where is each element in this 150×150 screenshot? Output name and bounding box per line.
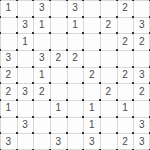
clue-number: 1 bbox=[89, 120, 95, 130]
lattice-dot bbox=[0, 116, 1, 118]
clue-number: 2 bbox=[139, 87, 145, 97]
cell-r1c0[interactable] bbox=[0, 17, 17, 34]
lattice-dot bbox=[32, 99, 34, 101]
clue-number: 2 bbox=[72, 53, 78, 63]
clue-number: 3 bbox=[139, 120, 145, 130]
cell-r1c8[interactable]: 3 bbox=[133, 17, 150, 34]
lattice-dot bbox=[0, 0, 1, 1]
lattice-dot bbox=[49, 132, 51, 134]
cell-r2c8[interactable]: 2 bbox=[133, 33, 150, 50]
lattice-dot bbox=[32, 149, 34, 150]
cell-r2c1[interactable]: 1 bbox=[17, 33, 34, 50]
lattice-dot bbox=[32, 66, 34, 68]
lattice-dot bbox=[66, 66, 68, 68]
cell-r5c7[interactable] bbox=[117, 83, 134, 100]
lattice-dot bbox=[16, 16, 18, 18]
lattice-dot bbox=[132, 66, 134, 68]
cell-r5c1[interactable]: 3 bbox=[17, 83, 34, 100]
clue-number: 3 bbox=[139, 137, 145, 147]
lattice-dot bbox=[0, 132, 1, 134]
clue-number: 2 bbox=[39, 87, 45, 97]
clue-number: 3 bbox=[22, 87, 28, 97]
cell-r8c1[interactable] bbox=[17, 133, 34, 150]
cell-r4c8[interactable]: 3 bbox=[133, 67, 150, 84]
lattice-dot bbox=[82, 32, 84, 34]
cell-r3c1[interactable] bbox=[17, 50, 34, 67]
cell-r3c0[interactable]: 3 bbox=[0, 50, 17, 67]
clue-number: 1 bbox=[39, 20, 45, 30]
lattice-dot bbox=[16, 99, 18, 101]
cell-r0c1[interactable] bbox=[17, 0, 34, 17]
lattice-dot bbox=[0, 32, 1, 34]
cell-r0c7[interactable]: 2 bbox=[117, 0, 134, 17]
clue-number: 2 bbox=[122, 137, 128, 147]
cell-r5c4[interactable] bbox=[67, 83, 84, 100]
lattice-dot bbox=[99, 82, 101, 84]
lattice-dot bbox=[116, 66, 118, 68]
lattice-dot bbox=[132, 82, 134, 84]
lattice-dot bbox=[82, 66, 84, 68]
lattice-dot bbox=[132, 99, 134, 101]
puzzle-grid: 13323112312233222122323222111131333323 bbox=[0, 0, 150, 150]
cell-r2c7[interactable]: 2 bbox=[117, 33, 134, 50]
clue-number: 1 bbox=[6, 103, 12, 113]
clue-number: 3 bbox=[72, 3, 78, 13]
lattice-dot bbox=[16, 32, 18, 34]
lattice-dot bbox=[49, 66, 51, 68]
lattice-dot bbox=[149, 99, 150, 101]
clue-number: 3 bbox=[39, 3, 45, 13]
lattice-dot bbox=[49, 32, 51, 34]
cell-r7c3[interactable] bbox=[50, 117, 67, 134]
cell-r8c0[interactable]: 3 bbox=[0, 133, 17, 150]
lattice-dot bbox=[132, 0, 134, 1]
cell-r5c6[interactable]: 2 bbox=[100, 83, 117, 100]
lattice-dot bbox=[0, 16, 1, 18]
cell-r8c6[interactable] bbox=[100, 133, 117, 150]
lattice-dot bbox=[99, 116, 101, 118]
lattice-dot bbox=[0, 49, 1, 51]
lattice-dot bbox=[16, 66, 18, 68]
cell-r2c4[interactable] bbox=[67, 33, 84, 50]
cell-r2c3[interactable] bbox=[50, 33, 67, 50]
clue-number: 2 bbox=[6, 87, 12, 97]
lattice-dot bbox=[116, 0, 118, 1]
cell-r0c6[interactable] bbox=[100, 0, 117, 17]
clue-number: 1 bbox=[122, 103, 128, 113]
lattice-dot bbox=[66, 16, 68, 18]
lattice-dot bbox=[49, 99, 51, 101]
cell-r8c7[interactable]: 2 bbox=[117, 133, 134, 150]
cell-r3c3[interactable]: 2 bbox=[50, 50, 67, 67]
cell-r5c2[interactable]: 2 bbox=[33, 83, 50, 100]
lattice-dot bbox=[116, 82, 118, 84]
cell-r7c8[interactable]: 3 bbox=[133, 117, 150, 134]
lattice-dot bbox=[32, 132, 34, 134]
clue-number: 1 bbox=[56, 103, 62, 113]
cell-r5c3[interactable] bbox=[50, 83, 67, 100]
clue-number: 2 bbox=[122, 70, 128, 80]
lattice-dot bbox=[49, 116, 51, 118]
lattice-dot bbox=[149, 0, 150, 1]
clue-number: 3 bbox=[22, 20, 28, 30]
cell-r6c2[interactable] bbox=[33, 100, 50, 117]
lattice-dot bbox=[0, 99, 1, 101]
cell-r7c1[interactable]: 3 bbox=[17, 117, 34, 134]
lattice-dot bbox=[66, 82, 68, 84]
lattice-dot bbox=[16, 132, 18, 134]
clue-number: 1 bbox=[72, 20, 78, 30]
clue-number: 1 bbox=[39, 70, 45, 80]
cell-r5c5[interactable] bbox=[83, 83, 100, 100]
cell-r6c8[interactable] bbox=[133, 100, 150, 117]
clue-number: 3 bbox=[22, 120, 28, 130]
lattice-dot bbox=[49, 49, 51, 51]
cell-r1c5[interactable] bbox=[83, 17, 100, 34]
clue-number: 3 bbox=[6, 53, 12, 63]
slitherlink-board: 13323112312233222122323222111131333323 bbox=[0, 0, 150, 150]
lattice-dot bbox=[99, 66, 101, 68]
clue-number: 3 bbox=[56, 137, 62, 147]
lattice-dot bbox=[49, 16, 51, 18]
lattice-dot bbox=[32, 32, 34, 34]
lattice-dot bbox=[99, 49, 101, 51]
lattice-dot bbox=[116, 32, 118, 34]
clue-number: 2 bbox=[106, 20, 112, 30]
lattice-dot bbox=[132, 149, 134, 150]
lattice-dot bbox=[32, 116, 34, 118]
clue-number: 2 bbox=[106, 87, 112, 97]
cell-r6c6[interactable] bbox=[100, 100, 117, 117]
cell-r1c1[interactable]: 3 bbox=[17, 17, 34, 34]
clue-number: 3 bbox=[139, 20, 145, 30]
lattice-dot bbox=[16, 116, 18, 118]
cell-r4c7[interactable]: 2 bbox=[117, 67, 134, 84]
lattice-dot bbox=[116, 99, 118, 101]
cell-r7c0[interactable] bbox=[0, 117, 17, 134]
cell-r6c7[interactable]: 1 bbox=[117, 100, 134, 117]
cell-r7c6[interactable] bbox=[100, 117, 117, 134]
lattice-dot bbox=[149, 66, 150, 68]
lattice-dot bbox=[132, 32, 134, 34]
clue-number: 1 bbox=[6, 3, 12, 13]
cell-r1c6[interactable]: 2 bbox=[100, 17, 117, 34]
cell-r4c6[interactable] bbox=[100, 67, 117, 84]
cell-r7c7[interactable] bbox=[117, 117, 134, 134]
cell-r4c1[interactable] bbox=[17, 67, 34, 84]
lattice-dot bbox=[16, 0, 18, 1]
cell-r3c5[interactable] bbox=[83, 50, 100, 67]
cell-r6c4[interactable] bbox=[67, 100, 84, 117]
lattice-dot bbox=[32, 82, 34, 84]
cell-r8c5[interactable]: 3 bbox=[83, 133, 100, 150]
clue-number: 1 bbox=[89, 103, 95, 113]
cell-r5c0[interactable]: 2 bbox=[0, 83, 17, 100]
lattice-dot bbox=[149, 82, 150, 84]
lattice-dot bbox=[66, 99, 68, 101]
lattice-dot bbox=[32, 49, 34, 51]
clue-number: 2 bbox=[122, 37, 128, 47]
lattice-dot bbox=[82, 116, 84, 118]
lattice-dot bbox=[49, 82, 51, 84]
lattice-dot bbox=[149, 16, 150, 18]
cell-r8c2[interactable] bbox=[33, 133, 50, 150]
cell-r7c2[interactable] bbox=[33, 117, 50, 134]
lattice-dot bbox=[132, 116, 134, 118]
clue-number: 3 bbox=[139, 70, 145, 80]
lattice-dot bbox=[116, 149, 118, 150]
cell-r0c0[interactable]: 1 bbox=[0, 0, 17, 17]
clue-number: 2 bbox=[89, 70, 95, 80]
lattice-dot bbox=[0, 82, 1, 84]
lattice-dot bbox=[82, 99, 84, 101]
lattice-dot bbox=[132, 49, 134, 51]
lattice-dot bbox=[99, 0, 101, 1]
clue-number: 2 bbox=[139, 37, 145, 47]
lattice-dot bbox=[116, 49, 118, 51]
lattice-dot bbox=[149, 116, 150, 118]
cell-r6c1[interactable] bbox=[17, 100, 34, 117]
lattice-dot bbox=[132, 16, 134, 18]
lattice-dot bbox=[66, 149, 68, 150]
lattice-dot bbox=[16, 149, 18, 150]
clue-number: 3 bbox=[89, 137, 95, 147]
cell-r4c3[interactable] bbox=[50, 67, 67, 84]
clue-number: 1 bbox=[22, 37, 28, 47]
cell-r5c8[interactable]: 2 bbox=[133, 83, 150, 100]
lattice-dot bbox=[82, 149, 84, 150]
cell-r1c7[interactable] bbox=[117, 17, 134, 34]
lattice-dot bbox=[99, 16, 101, 18]
lattice-dot bbox=[149, 32, 150, 34]
cell-r0c4[interactable]: 3 bbox=[67, 0, 84, 17]
cell-r6c5[interactable]: 1 bbox=[83, 100, 100, 117]
lattice-dot bbox=[16, 49, 18, 51]
lattice-dot bbox=[116, 16, 118, 18]
lattice-dot bbox=[99, 99, 101, 101]
cell-r2c2[interactable] bbox=[33, 33, 50, 50]
lattice-dot bbox=[49, 0, 51, 1]
clue-number: 3 bbox=[6, 137, 12, 147]
cell-r8c4[interactable] bbox=[67, 133, 84, 150]
cell-r3c8[interactable] bbox=[133, 50, 150, 67]
lattice-dot bbox=[32, 16, 34, 18]
clue-number: 3 bbox=[39, 53, 45, 63]
cell-r8c3[interactable]: 3 bbox=[50, 133, 67, 150]
lattice-dot bbox=[99, 132, 101, 134]
cell-r4c4[interactable] bbox=[67, 67, 84, 84]
lattice-dot bbox=[66, 0, 68, 1]
cell-r4c5[interactable]: 2 bbox=[83, 67, 100, 84]
cell-r3c4[interactable]: 2 bbox=[67, 50, 84, 67]
lattice-dot bbox=[16, 82, 18, 84]
lattice-dot bbox=[66, 132, 68, 134]
lattice-dot bbox=[116, 132, 118, 134]
clue-number: 2 bbox=[122, 3, 128, 13]
lattice-dot bbox=[116, 116, 118, 118]
lattice-dot bbox=[32, 0, 34, 1]
cell-r6c0[interactable]: 1 bbox=[0, 100, 17, 117]
cell-r3c6[interactable] bbox=[100, 50, 117, 67]
lattice-dot bbox=[82, 49, 84, 51]
lattice-dot bbox=[0, 66, 1, 68]
cell-r4c0[interactable]: 2 bbox=[0, 67, 17, 84]
cell-r0c5[interactable] bbox=[83, 0, 100, 17]
cell-r0c3[interactable] bbox=[50, 0, 67, 17]
lattice-dot bbox=[99, 149, 101, 150]
cell-r2c6[interactable] bbox=[100, 33, 117, 50]
lattice-dot bbox=[82, 16, 84, 18]
cell-r2c5[interactable] bbox=[83, 33, 100, 50]
cell-r2c0[interactable] bbox=[0, 33, 17, 50]
lattice-dot bbox=[149, 49, 150, 51]
lattice-dot bbox=[0, 149, 1, 150]
cell-r7c4[interactable] bbox=[67, 117, 84, 134]
lattice-dot bbox=[99, 32, 101, 34]
cell-r1c3[interactable] bbox=[50, 17, 67, 34]
cell-r3c7[interactable] bbox=[117, 50, 134, 67]
lattice-dot bbox=[82, 0, 84, 1]
lattice-dot bbox=[66, 116, 68, 118]
lattice-dot bbox=[149, 149, 150, 150]
cell-r4c2[interactable]: 1 bbox=[33, 67, 50, 84]
cell-r6c3[interactable]: 1 bbox=[50, 100, 67, 117]
cell-r7c5[interactable]: 1 bbox=[83, 117, 100, 134]
lattice-dot bbox=[82, 82, 84, 84]
cell-r1c4[interactable]: 1 bbox=[67, 17, 84, 34]
cell-r0c8[interactable] bbox=[133, 0, 150, 17]
cell-r8c8[interactable]: 3 bbox=[133, 133, 150, 150]
lattice-dot bbox=[66, 49, 68, 51]
cell-r1c2[interactable]: 1 bbox=[33, 17, 50, 34]
cell-r0c2[interactable]: 3 bbox=[33, 0, 50, 17]
lattice-dot bbox=[49, 149, 51, 150]
lattice-dot bbox=[132, 132, 134, 134]
clue-number: 2 bbox=[56, 53, 62, 63]
lattice-dot bbox=[66, 32, 68, 34]
lattice-dot bbox=[149, 132, 150, 134]
clue-number: 2 bbox=[6, 70, 12, 80]
lattice-dot bbox=[82, 132, 84, 134]
cell-r3c2[interactable]: 3 bbox=[33, 50, 50, 67]
